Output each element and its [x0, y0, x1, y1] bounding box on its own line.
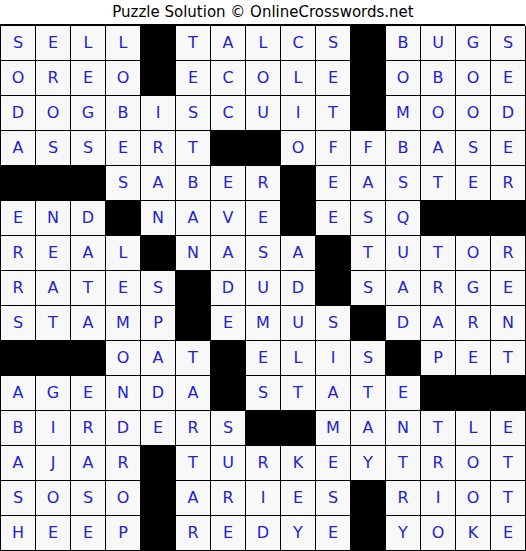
- black-cell: [211, 376, 246, 411]
- letter-cell: E: [456, 341, 491, 376]
- letter-cell: T: [71, 271, 106, 306]
- letter-cell: U: [211, 446, 246, 481]
- letter-cell: N: [106, 376, 141, 411]
- letter-cell: O: [246, 61, 281, 96]
- black-cell: [106, 201, 141, 236]
- letter-cell: P: [421, 341, 456, 376]
- letter-cell: T: [176, 446, 211, 481]
- letter-cell: E: [491, 271, 526, 306]
- letter-cell: S: [246, 236, 281, 271]
- black-cell: [141, 26, 176, 61]
- letter-cell: E: [246, 341, 281, 376]
- letter-cell: A: [316, 376, 351, 411]
- letter-cell: L: [281, 61, 316, 96]
- letter-cell: F: [316, 131, 351, 166]
- letter-cell: D: [141, 376, 176, 411]
- letter-cell: E: [211, 306, 246, 341]
- letter-cell: A: [386, 271, 421, 306]
- letter-cell: O: [456, 96, 491, 131]
- letter-cell: I: [421, 481, 456, 516]
- letter-cell: R: [386, 481, 421, 516]
- letter-cell: O: [456, 236, 491, 271]
- letter-cell: T: [351, 236, 386, 271]
- black-cell: [141, 61, 176, 96]
- letter-cell: E: [491, 411, 526, 446]
- letter-cell: L: [106, 26, 141, 61]
- letter-cell: Q: [386, 201, 421, 236]
- black-cell: [176, 271, 211, 306]
- letter-cell: R: [456, 306, 491, 341]
- black-cell: [141, 516, 176, 551]
- black-cell: [491, 201, 526, 236]
- letter-cell: M: [316, 411, 351, 446]
- letter-cell: R: [36, 61, 71, 96]
- letter-cell: L: [246, 26, 281, 61]
- letter-cell: T: [421, 166, 456, 201]
- black-cell: [491, 376, 526, 411]
- letter-cell: T: [281, 376, 316, 411]
- letter-cell: G: [456, 26, 491, 61]
- letter-cell: R: [491, 166, 526, 201]
- letter-cell: Y: [281, 516, 316, 551]
- letter-cell: R: [421, 271, 456, 306]
- letter-cell: E: [36, 516, 71, 551]
- letter-cell: A: [141, 341, 176, 376]
- black-cell: [386, 341, 421, 376]
- letter-cell: A: [281, 236, 316, 271]
- letter-cell: A: [351, 411, 386, 446]
- letter-cell: K: [281, 446, 316, 481]
- black-cell: [1, 166, 36, 201]
- letter-cell: Y: [386, 516, 421, 551]
- letter-cell: N: [386, 411, 421, 446]
- letter-cell: A: [351, 166, 386, 201]
- black-cell: [351, 96, 386, 131]
- letter-cell: E: [491, 516, 526, 551]
- letter-cell: E: [71, 516, 106, 551]
- letter-cell: D: [211, 271, 246, 306]
- letter-cell: E: [141, 411, 176, 446]
- letter-cell: A: [211, 26, 246, 61]
- letter-cell: B: [106, 96, 141, 131]
- letter-cell: T: [36, 306, 71, 341]
- letter-cell: E: [106, 131, 141, 166]
- letter-cell: E: [71, 376, 106, 411]
- letter-cell: I: [316, 341, 351, 376]
- letter-cell: E: [491, 131, 526, 166]
- letter-cell: T: [176, 341, 211, 376]
- letter-cell: E: [491, 61, 526, 96]
- black-cell: [281, 201, 316, 236]
- black-cell: [456, 201, 491, 236]
- letter-cell: R: [1, 236, 36, 271]
- letter-cell: S: [246, 376, 281, 411]
- black-cell: [141, 446, 176, 481]
- black-cell: [351, 516, 386, 551]
- black-cell: [1, 341, 36, 376]
- letter-cell: B: [386, 26, 421, 61]
- letter-cell: U: [386, 236, 421, 271]
- letter-cell: A: [71, 236, 106, 271]
- letter-cell: R: [106, 446, 141, 481]
- letter-cell: D: [106, 411, 141, 446]
- letter-cell: S: [176, 96, 211, 131]
- letter-cell: A: [421, 131, 456, 166]
- letter-cell: D: [246, 516, 281, 551]
- letter-cell: I: [36, 411, 71, 446]
- letter-cell: R: [246, 446, 281, 481]
- letter-cell: E: [316, 166, 351, 201]
- letter-cell: N: [491, 306, 526, 341]
- letter-cell: S: [71, 131, 106, 166]
- letter-cell: D: [491, 96, 526, 131]
- black-cell: [456, 376, 491, 411]
- letter-cell: C: [281, 26, 316, 61]
- letter-cell: O: [421, 516, 456, 551]
- black-cell: [351, 481, 386, 516]
- letter-cell: U: [421, 26, 456, 61]
- letter-cell: N: [36, 201, 71, 236]
- letter-cell: E: [246, 201, 281, 236]
- letter-cell: S: [491, 26, 526, 61]
- letter-cell: D: [1, 96, 36, 131]
- letter-cell: S: [1, 306, 36, 341]
- letter-cell: U: [281, 306, 316, 341]
- letter-cell: R: [421, 446, 456, 481]
- letter-cell: S: [456, 131, 491, 166]
- puzzle-solution-page: Puzzle Solution © OnlineCrosswords.net S…: [0, 0, 526, 551]
- letter-cell: T: [351, 376, 386, 411]
- black-cell: [281, 411, 316, 446]
- letter-cell: R: [211, 481, 246, 516]
- letter-cell: T: [491, 341, 526, 376]
- letter-cell: D: [386, 306, 421, 341]
- letter-cell: Y: [351, 446, 386, 481]
- crossword-grid: SELLTALCSBUGSOREOECOLEOBOEDOGBISCUITMOOD…: [0, 24, 525, 551]
- black-cell: [141, 481, 176, 516]
- letter-cell: T: [421, 236, 456, 271]
- letter-cell: B: [176, 166, 211, 201]
- black-cell: [71, 341, 106, 376]
- black-cell: [211, 131, 246, 166]
- letter-cell: B: [421, 61, 456, 96]
- letter-cell: L: [106, 236, 141, 271]
- letter-cell: I: [141, 96, 176, 131]
- black-cell: [351, 26, 386, 61]
- letter-cell: K: [456, 516, 491, 551]
- letter-cell: A: [36, 271, 71, 306]
- letter-cell: E: [211, 516, 246, 551]
- letter-cell: E: [36, 236, 71, 271]
- letter-cell: G: [36, 376, 71, 411]
- letter-cell: O: [456, 61, 491, 96]
- letter-cell: E: [106, 271, 141, 306]
- black-cell: [36, 341, 71, 376]
- letter-cell: C: [211, 96, 246, 131]
- black-cell: [316, 271, 351, 306]
- letter-cell: E: [71, 61, 106, 96]
- letter-cell: E: [456, 166, 491, 201]
- letter-cell: M: [246, 306, 281, 341]
- letter-cell: O: [106, 61, 141, 96]
- letter-cell: D: [71, 201, 106, 236]
- letter-cell: S: [351, 201, 386, 236]
- letter-cell: D: [281, 271, 316, 306]
- letter-cell: A: [1, 376, 36, 411]
- black-cell: [71, 166, 106, 201]
- letter-cell: S: [316, 26, 351, 61]
- letter-cell: A: [71, 446, 106, 481]
- letter-cell: E: [281, 481, 316, 516]
- letter-cell: F: [351, 131, 386, 166]
- black-cell: [281, 166, 316, 201]
- letter-cell: A: [1, 446, 36, 481]
- letter-cell: E: [316, 61, 351, 96]
- black-cell: [351, 306, 386, 341]
- black-cell: [421, 201, 456, 236]
- letter-cell: M: [106, 306, 141, 341]
- letter-cell: A: [176, 481, 211, 516]
- letter-cell: L: [456, 411, 491, 446]
- letter-cell: E: [1, 201, 36, 236]
- black-cell: [316, 236, 351, 271]
- letter-cell: O: [106, 481, 141, 516]
- letter-cell: A: [176, 376, 211, 411]
- letter-cell: E: [176, 61, 211, 96]
- letter-cell: S: [351, 341, 386, 376]
- letter-cell: O: [106, 341, 141, 376]
- letter-cell: V: [211, 201, 246, 236]
- letter-cell: T: [386, 446, 421, 481]
- letter-cell: S: [36, 131, 71, 166]
- letter-cell: R: [246, 166, 281, 201]
- letter-cell: B: [386, 131, 421, 166]
- letter-cell: C: [211, 61, 246, 96]
- letter-cell: A: [1, 131, 36, 166]
- letter-cell: O: [386, 61, 421, 96]
- letter-cell: R: [141, 131, 176, 166]
- letter-cell: L: [71, 26, 106, 61]
- letter-cell: N: [141, 201, 176, 236]
- page-title: Puzzle Solution © OnlineCrosswords.net: [0, 0, 526, 24]
- letter-cell: E: [316, 516, 351, 551]
- letter-cell: S: [351, 271, 386, 306]
- letter-cell: S: [316, 481, 351, 516]
- letter-cell: A: [141, 166, 176, 201]
- letter-cell: E: [316, 446, 351, 481]
- letter-cell: O: [1, 61, 36, 96]
- black-cell: [176, 306, 211, 341]
- letter-cell: O: [456, 481, 491, 516]
- letter-cell: G: [456, 271, 491, 306]
- letter-cell: B: [1, 411, 36, 446]
- letter-cell: S: [106, 166, 141, 201]
- letter-cell: R: [71, 411, 106, 446]
- black-cell: [141, 236, 176, 271]
- letter-cell: E: [211, 166, 246, 201]
- letter-cell: I: [281, 96, 316, 131]
- letter-cell: T: [316, 96, 351, 131]
- letter-cell: N: [176, 236, 211, 271]
- letter-cell: G: [71, 96, 106, 131]
- letter-cell: P: [141, 306, 176, 341]
- letter-cell: O: [36, 481, 71, 516]
- letter-cell: S: [211, 411, 246, 446]
- letter-cell: T: [491, 446, 526, 481]
- letter-cell: T: [421, 411, 456, 446]
- letter-cell: S: [71, 481, 106, 516]
- letter-cell: T: [491, 481, 526, 516]
- letter-cell: T: [176, 131, 211, 166]
- black-cell: [246, 411, 281, 446]
- black-cell: [36, 166, 71, 201]
- letter-cell: A: [211, 236, 246, 271]
- letter-cell: O: [281, 131, 316, 166]
- letter-cell: A: [176, 201, 211, 236]
- letter-cell: L: [281, 341, 316, 376]
- letter-cell: E: [316, 201, 351, 236]
- letter-cell: I: [246, 481, 281, 516]
- letter-cell: S: [316, 306, 351, 341]
- letter-cell: S: [1, 26, 36, 61]
- letter-cell: U: [246, 271, 281, 306]
- letter-cell: E: [36, 26, 71, 61]
- letter-cell: R: [491, 236, 526, 271]
- black-cell: [421, 376, 456, 411]
- letter-cell: H: [1, 516, 36, 551]
- letter-cell: M: [386, 96, 421, 131]
- black-cell: [246, 131, 281, 166]
- letter-cell: R: [176, 516, 211, 551]
- letter-cell: T: [176, 26, 211, 61]
- black-cell: [351, 61, 386, 96]
- letter-cell: J: [36, 446, 71, 481]
- letter-cell: S: [141, 271, 176, 306]
- letter-cell: R: [176, 411, 211, 446]
- letter-cell: O: [421, 96, 456, 131]
- letter-cell: A: [421, 306, 456, 341]
- letter-cell: E: [386, 376, 421, 411]
- letter-cell: O: [456, 446, 491, 481]
- letter-cell: O: [36, 96, 71, 131]
- letter-cell: A: [71, 306, 106, 341]
- letter-cell: P: [106, 516, 141, 551]
- black-cell: [211, 341, 246, 376]
- letter-cell: S: [386, 166, 421, 201]
- letter-cell: R: [1, 271, 36, 306]
- letter-cell: U: [246, 96, 281, 131]
- letter-cell: S: [1, 481, 36, 516]
